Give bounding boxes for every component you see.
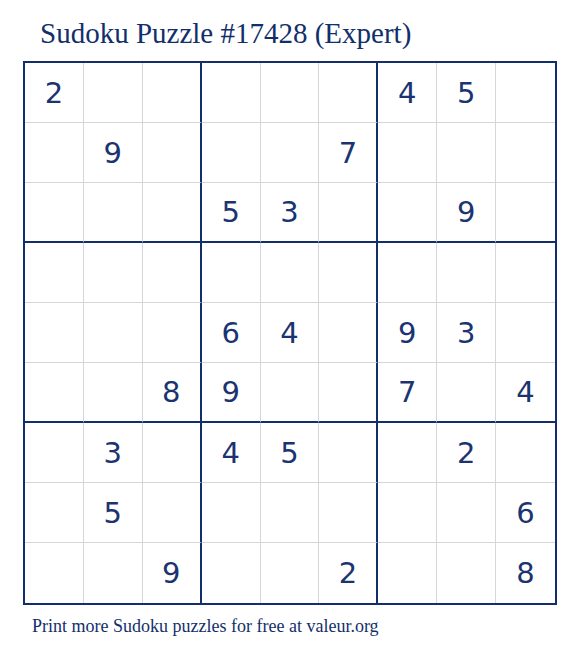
sudoku-cell-empty[interactable] <box>143 483 202 543</box>
sudoku-cell-empty[interactable] <box>261 363 320 423</box>
sudoku-cell-empty[interactable] <box>319 303 378 363</box>
sudoku-cell-given: 9 <box>84 123 143 183</box>
sudoku-cell-given: 6 <box>496 483 555 543</box>
sudoku-cell-empty[interactable] <box>84 243 143 303</box>
sudoku-cell-empty[interactable] <box>437 123 496 183</box>
sudoku-cell-empty[interactable] <box>25 543 84 603</box>
sudoku-cell-empty[interactable] <box>25 243 84 303</box>
sudoku-cell-given: 7 <box>378 363 437 423</box>
sudoku-cell-empty[interactable] <box>84 363 143 423</box>
sudoku-cell-given: 3 <box>84 423 143 483</box>
sudoku-cell-empty[interactable] <box>261 123 320 183</box>
sudoku-cell-given: 8 <box>143 363 202 423</box>
sudoku-cell-given: 2 <box>437 423 496 483</box>
sudoku-cell-empty[interactable] <box>378 183 437 243</box>
sudoku-cell-empty[interactable] <box>378 243 437 303</box>
sudoku-cell-given: 3 <box>437 303 496 363</box>
sudoku-cell-given: 4 <box>378 63 437 123</box>
sudoku-cell-empty[interactable] <box>437 363 496 423</box>
sudoku-cell-empty[interactable] <box>84 63 143 123</box>
sudoku-cell-given: 2 <box>319 543 378 603</box>
sudoku-cell-empty[interactable] <box>25 183 84 243</box>
sudoku-cell-empty[interactable] <box>496 123 555 183</box>
sudoku-cell-empty[interactable] <box>143 303 202 363</box>
sudoku-cell-empty[interactable] <box>25 483 84 543</box>
sudoku-cell-empty[interactable] <box>143 243 202 303</box>
page-title: Sudoku Puzzle #17428 (Expert) <box>40 14 411 52</box>
sudoku-cell-empty[interactable] <box>261 483 320 543</box>
sudoku-cell-empty[interactable] <box>261 63 320 123</box>
sudoku-cell-given: 4 <box>261 303 320 363</box>
sudoku-cell-empty[interactable] <box>261 543 320 603</box>
sudoku-cell-empty[interactable] <box>319 243 378 303</box>
sudoku-cell-empty[interactable] <box>202 243 261 303</box>
sudoku-cell-empty[interactable] <box>378 123 437 183</box>
sudoku-cell-given: 7 <box>319 123 378 183</box>
sudoku-cell-empty[interactable] <box>143 183 202 243</box>
sudoku-cell-given: 5 <box>437 63 496 123</box>
sudoku-cell-empty[interactable] <box>378 543 437 603</box>
sudoku-cell-given: 5 <box>202 183 261 243</box>
sudoku-cell-given: 9 <box>378 303 437 363</box>
sudoku-cell-given: 4 <box>496 363 555 423</box>
sudoku-cell-empty[interactable] <box>25 363 84 423</box>
sudoku-cell-empty[interactable] <box>496 183 555 243</box>
sudoku-cell-empty[interactable] <box>202 63 261 123</box>
sudoku-cell-empty[interactable] <box>437 243 496 303</box>
sudoku-cell-empty[interactable] <box>25 303 84 363</box>
sudoku-cell-given: 6 <box>202 303 261 363</box>
sudoku-cell-empty[interactable] <box>84 303 143 363</box>
sudoku-cell-empty[interactable] <box>319 423 378 483</box>
sudoku-page: Sudoku Puzzle #17428 (Expert) 2459753964… <box>0 0 580 651</box>
sudoku-cell-given: 8 <box>496 543 555 603</box>
sudoku-cell-empty[interactable] <box>202 123 261 183</box>
sudoku-cell-empty[interactable] <box>319 363 378 423</box>
sudoku-cell-empty[interactable] <box>319 483 378 543</box>
sudoku-cell-empty[interactable] <box>25 123 84 183</box>
sudoku-cell-given: 4 <box>202 423 261 483</box>
sudoku-cell-empty[interactable] <box>496 63 555 123</box>
sudoku-cell-empty[interactable] <box>202 483 261 543</box>
sudoku-cell-empty[interactable] <box>319 183 378 243</box>
sudoku-cell-given: 9 <box>202 363 261 423</box>
sudoku-cell-empty[interactable] <box>378 423 437 483</box>
sudoku-cell-empty[interactable] <box>261 243 320 303</box>
sudoku-cell-empty[interactable] <box>437 483 496 543</box>
sudoku-cell-empty[interactable] <box>496 423 555 483</box>
sudoku-cell-empty[interactable] <box>437 543 496 603</box>
sudoku-cell-empty[interactable] <box>496 303 555 363</box>
sudoku-cell-empty[interactable] <box>25 423 84 483</box>
sudoku-cell-given: 9 <box>437 183 496 243</box>
sudoku-cell-empty[interactable] <box>496 243 555 303</box>
sudoku-cell-empty[interactable] <box>143 423 202 483</box>
sudoku-board: 2459753964938974345256928 <box>23 61 557 605</box>
sudoku-cell-given: 5 <box>84 483 143 543</box>
sudoku-cell-empty[interactable] <box>202 543 261 603</box>
sudoku-cell-empty[interactable] <box>378 483 437 543</box>
sudoku-cell-given: 3 <box>261 183 320 243</box>
sudoku-cell-empty[interactable] <box>84 183 143 243</box>
sudoku-cell-empty[interactable] <box>84 543 143 603</box>
sudoku-cell-given: 5 <box>261 423 320 483</box>
sudoku-cell-empty[interactable] <box>143 63 202 123</box>
sudoku-cell-empty[interactable] <box>143 123 202 183</box>
sudoku-cell-given: 9 <box>143 543 202 603</box>
sudoku-cell-empty[interactable] <box>319 63 378 123</box>
sudoku-cell-given: 2 <box>25 63 84 123</box>
footer-text: Print more Sudoku puzzles for free at va… <box>32 613 379 639</box>
